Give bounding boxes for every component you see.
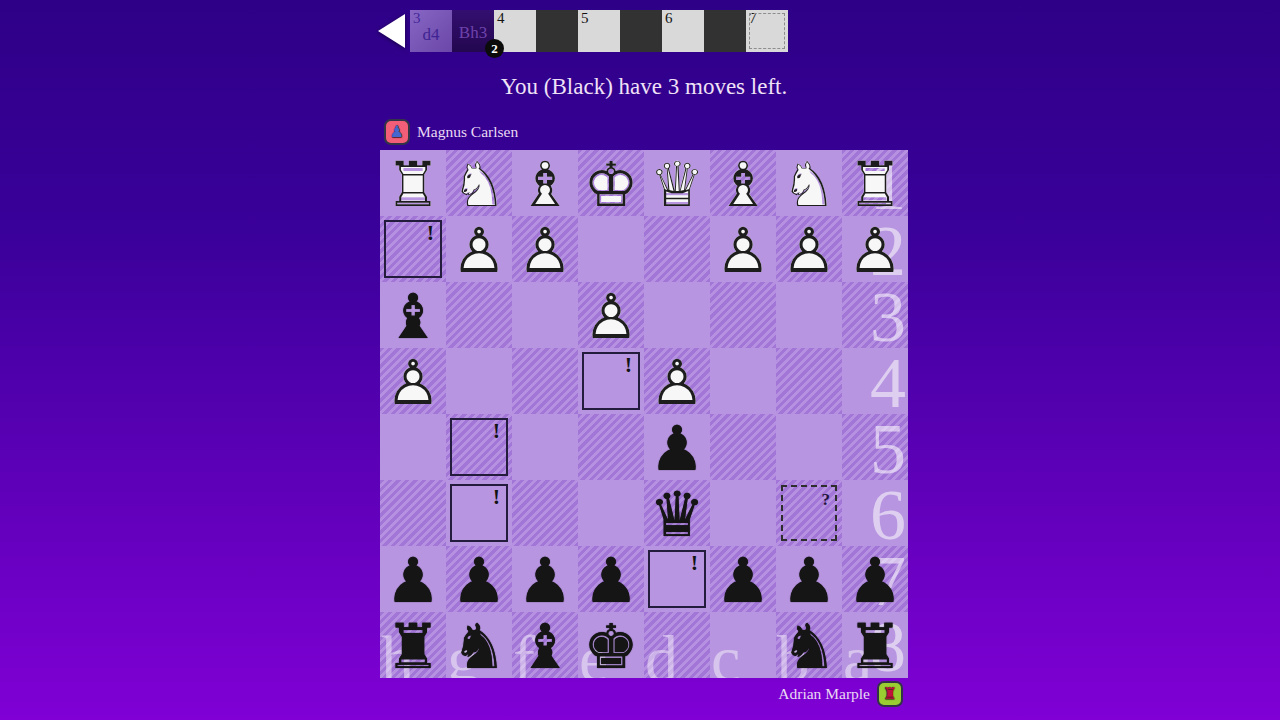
square-g6[interactable]: ! bbox=[446, 480, 512, 546]
piece-white-rook[interactable]: ♜︎♖︎ bbox=[380, 150, 446, 216]
square-e1[interactable]: ♚︎♔︎ bbox=[578, 150, 644, 216]
piece-white-queen[interactable]: ♛︎♕︎ bbox=[644, 150, 710, 216]
square-b2[interactable]: ♟︎♙︎ bbox=[776, 216, 842, 282]
chess-board[interactable]: ♜︎♖︎♞︎♘︎♝︎♗︎♚︎♔︎♛︎♕︎♝︎♗︎♞︎♘︎♜︎♖︎!♟︎♙︎♟︎♙… bbox=[380, 150, 908, 678]
piece-black-rook[interactable]: ♜︎ bbox=[380, 612, 446, 678]
back-button[interactable] bbox=[378, 14, 405, 48]
square-a4[interactable] bbox=[842, 348, 908, 414]
piece-outline: ♖︎ bbox=[842, 150, 908, 216]
square-c5[interactable] bbox=[710, 414, 776, 480]
piece-white-pawn[interactable]: ♟︎♙︎ bbox=[842, 216, 908, 282]
piece-black-rook[interactable]: ♜︎ bbox=[842, 612, 908, 678]
piece-white-pawn[interactable]: ♟︎♙︎ bbox=[578, 282, 644, 348]
move-highlight-h2: ! bbox=[384, 220, 442, 278]
square-e6[interactable] bbox=[578, 480, 644, 546]
square-c4[interactable] bbox=[710, 348, 776, 414]
square-d6[interactable]: ♛︎ bbox=[644, 480, 710, 546]
square-h1[interactable]: ♜︎♖︎ bbox=[380, 150, 446, 216]
square-c3[interactable] bbox=[710, 282, 776, 348]
square-h8[interactable]: ♜︎ bbox=[380, 612, 446, 678]
square-g8[interactable]: ♞︎ bbox=[446, 612, 512, 678]
status-text: You (Black) have 3 moves left. bbox=[380, 74, 908, 100]
piece-black-knight[interactable]: ♞︎ bbox=[446, 612, 512, 678]
piece-black-bishop[interactable]: ♝︎ bbox=[380, 282, 446, 348]
piece-white-pawn[interactable]: ♟︎♙︎ bbox=[776, 216, 842, 282]
square-b3[interactable] bbox=[776, 282, 842, 348]
annotation-mark: ! bbox=[691, 550, 698, 576]
move-cell-Bh3[interactable]: Bh32 bbox=[452, 10, 494, 52]
square-a8[interactable]: ♜︎ bbox=[842, 612, 908, 678]
piece-black-bishop[interactable]: ♝︎ bbox=[512, 612, 578, 678]
move-cell-slot-7[interactable] bbox=[704, 10, 746, 52]
square-g1[interactable]: ♞︎♘︎ bbox=[446, 150, 512, 216]
square-d3[interactable] bbox=[644, 282, 710, 348]
piece-black-pawn[interactable]: ♟︎ bbox=[578, 546, 644, 612]
piece-outline: ♘︎ bbox=[776, 150, 842, 216]
square-c1[interactable]: ♝︎♗︎ bbox=[710, 150, 776, 216]
top-player: ♟︎ Magnus Carlsen bbox=[384, 119, 518, 145]
square-a6[interactable] bbox=[842, 480, 908, 546]
square-c7[interactable]: ♟︎ bbox=[710, 546, 776, 612]
square-e7[interactable]: ♟︎ bbox=[578, 546, 644, 612]
square-d2[interactable] bbox=[644, 216, 710, 282]
square-c2[interactable]: ♟︎♙︎ bbox=[710, 216, 776, 282]
bottom-player: Adrian Marple ♜︎ bbox=[778, 681, 903, 707]
move-highlight-b6: ? bbox=[781, 485, 837, 541]
square-b8[interactable]: ♞︎ bbox=[776, 612, 842, 678]
piece-white-pawn[interactable]: ♟︎♙︎ bbox=[512, 216, 578, 282]
move-highlight-e4: ! bbox=[582, 352, 640, 410]
piece-white-king[interactable]: ♚︎♔︎ bbox=[578, 150, 644, 216]
annotation-mark: ! bbox=[493, 418, 500, 444]
square-f1[interactable]: ♝︎♗︎ bbox=[512, 150, 578, 216]
rook-icon: ♜︎ bbox=[877, 681, 903, 707]
piece-outline: ♕︎ bbox=[644, 150, 710, 216]
piece-black-pawn[interactable]: ♟︎ bbox=[842, 546, 908, 612]
square-d1[interactable]: ♛︎♕︎ bbox=[644, 150, 710, 216]
square-e4[interactable]: ! bbox=[578, 348, 644, 414]
move-cell-5[interactable]: 5 bbox=[578, 10, 620, 52]
piece-outline: ♙︎ bbox=[446, 216, 512, 282]
annotation-mark: ? bbox=[822, 487, 831, 513]
piece-white-pawn[interactable]: ♟︎♙︎ bbox=[644, 348, 710, 414]
square-a7[interactable]: ♟︎ bbox=[842, 546, 908, 612]
piece-outline: ♙︎ bbox=[842, 216, 908, 282]
square-d5[interactable]: ♟︎ bbox=[644, 414, 710, 480]
annotation-mark: ! bbox=[493, 484, 500, 510]
piece-white-pawn[interactable]: ♟︎♙︎ bbox=[710, 216, 776, 282]
move-highlight-d7: ! bbox=[648, 550, 706, 608]
move-number: 5 bbox=[581, 10, 589, 27]
square-b1[interactable]: ♞︎♘︎ bbox=[776, 150, 842, 216]
square-b5[interactable] bbox=[776, 414, 842, 480]
annotation-mark: ! bbox=[625, 352, 632, 378]
square-f3[interactable] bbox=[512, 282, 578, 348]
move-cell-d4[interactable]: 3d4 bbox=[410, 10, 452, 52]
move-number: 6 bbox=[665, 10, 673, 27]
square-c6[interactable] bbox=[710, 480, 776, 546]
square-a1[interactable]: ♜︎♖︎ bbox=[842, 150, 908, 216]
top-player-name: Magnus Carlsen bbox=[417, 123, 518, 141]
piece-black-pawn[interactable]: ♟︎ bbox=[512, 546, 578, 612]
square-h5[interactable] bbox=[380, 414, 446, 480]
pawn-icon: ♟︎ bbox=[384, 119, 410, 145]
bottom-player-name: Adrian Marple bbox=[778, 685, 870, 703]
square-h4[interactable]: ♟︎♙︎ bbox=[380, 348, 446, 414]
square-g2[interactable]: ♟︎♙︎ bbox=[446, 216, 512, 282]
square-g3[interactable] bbox=[446, 282, 512, 348]
piece-outline: ♗︎ bbox=[512, 150, 578, 216]
square-d7[interactable]: ! bbox=[644, 546, 710, 612]
piece-outline: ♙︎ bbox=[710, 216, 776, 282]
square-e3[interactable]: ♟︎♙︎ bbox=[578, 282, 644, 348]
square-e8[interactable]: ♚︎ bbox=[578, 612, 644, 678]
square-a2[interactable]: ♟︎♙︎ bbox=[842, 216, 908, 282]
piece-black-king[interactable]: ♚︎ bbox=[578, 612, 644, 678]
square-f5[interactable] bbox=[512, 414, 578, 480]
square-g7[interactable]: ♟︎ bbox=[446, 546, 512, 612]
move-strip: 3d4Bh324567 bbox=[410, 10, 788, 52]
piece-white-knight[interactable]: ♞︎♘︎ bbox=[776, 150, 842, 216]
annotation-mark: ! bbox=[427, 220, 434, 246]
square-f2[interactable]: ♟︎♙︎ bbox=[512, 216, 578, 282]
square-f6[interactable] bbox=[512, 480, 578, 546]
piece-white-bishop[interactable]: ♝︎♗︎ bbox=[512, 150, 578, 216]
future-move-slot bbox=[749, 13, 785, 49]
piece-black-knight[interactable]: ♞︎ bbox=[776, 612, 842, 678]
square-d4[interactable]: ♟︎♙︎ bbox=[644, 348, 710, 414]
square-h2[interactable]: ! bbox=[380, 216, 446, 282]
piece-white-pawn[interactable]: ♟︎♙︎ bbox=[446, 216, 512, 282]
piece-outline: ♘︎ bbox=[446, 150, 512, 216]
square-h3[interactable]: ♝︎ bbox=[380, 282, 446, 348]
square-b6[interactable]: ? bbox=[776, 480, 842, 546]
square-g4[interactable] bbox=[446, 348, 512, 414]
square-h6[interactable] bbox=[380, 480, 446, 546]
square-f7[interactable]: ♟︎ bbox=[512, 546, 578, 612]
square-a3[interactable] bbox=[842, 282, 908, 348]
move-cell-slot-5[interactable] bbox=[620, 10, 662, 52]
piece-outline: ♖︎ bbox=[380, 150, 446, 216]
move-cell-6[interactable]: 6 bbox=[662, 10, 704, 52]
square-e2[interactable] bbox=[578, 216, 644, 282]
piece-outline: ♙︎ bbox=[578, 282, 644, 348]
square-f8[interactable]: ♝︎ bbox=[512, 612, 578, 678]
move-cell-7[interactable]: 7 bbox=[746, 10, 788, 52]
move-highlight-g5: ! bbox=[450, 418, 508, 476]
piece-black-pawn[interactable]: ♟︎ bbox=[776, 546, 842, 612]
piece-outline: ♙︎ bbox=[512, 216, 578, 282]
square-d8[interactable] bbox=[644, 612, 710, 678]
move-history-bar: 3d4Bh324567 bbox=[378, 10, 788, 52]
move-label: d4 bbox=[410, 10, 452, 52]
piece-black-pawn[interactable]: ♟︎ bbox=[446, 546, 512, 612]
piece-outline: ♙︎ bbox=[776, 216, 842, 282]
square-a5[interactable] bbox=[842, 414, 908, 480]
piece-white-pawn[interactable]: ♟︎♙︎ bbox=[380, 348, 446, 414]
square-e5[interactable] bbox=[578, 414, 644, 480]
piece-black-queen[interactable]: ♛︎ bbox=[644, 480, 710, 546]
piece-white-knight[interactable]: ♞︎♘︎ bbox=[446, 150, 512, 216]
square-c8[interactable] bbox=[710, 612, 776, 678]
move-number: 4 bbox=[497, 10, 505, 27]
piece-black-pawn[interactable]: ♟︎ bbox=[644, 414, 710, 480]
square-f4[interactable] bbox=[512, 348, 578, 414]
piece-white-bishop[interactable]: ♝︎♗︎ bbox=[710, 150, 776, 216]
move-cell-slot-3[interactable] bbox=[536, 10, 578, 52]
piece-black-pawn[interactable]: ♟︎ bbox=[380, 546, 446, 612]
square-g5[interactable]: ! bbox=[446, 414, 512, 480]
piece-outline: ♙︎ bbox=[644, 348, 710, 414]
piece-white-rook[interactable]: ♜︎♖︎ bbox=[842, 150, 908, 216]
piece-outline: ♔︎ bbox=[578, 150, 644, 216]
piece-black-pawn[interactable]: ♟︎ bbox=[710, 546, 776, 612]
move-highlight-g6: ! bbox=[450, 484, 508, 542]
piece-outline: ♙︎ bbox=[380, 348, 446, 414]
badge-count: 2 bbox=[485, 39, 504, 58]
square-b7[interactable]: ♟︎ bbox=[776, 546, 842, 612]
piece-outline: ♗︎ bbox=[710, 150, 776, 216]
square-b4[interactable] bbox=[776, 348, 842, 414]
square-h7[interactable]: ♟︎ bbox=[380, 546, 446, 612]
